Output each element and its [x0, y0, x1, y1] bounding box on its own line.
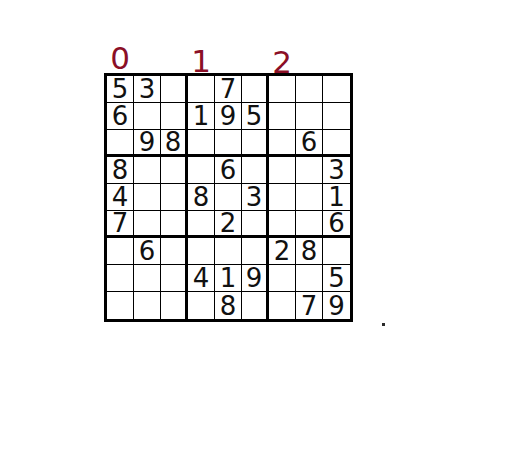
cell-r1c8[interactable] [296, 76, 323, 103]
cell-r9c4[interactable] [188, 292, 215, 319]
cell-r4c2[interactable] [134, 157, 161, 184]
cell-r4c5[interactable]: 6 [215, 157, 242, 184]
cell-r9c3[interactable] [161, 292, 188, 319]
cell-r4c4[interactable] [188, 157, 215, 184]
cell-r7c7[interactable]: 2 [269, 238, 296, 265]
cell-r8c2[interactable] [134, 265, 161, 292]
cell-r9c5[interactable]: 8 [215, 292, 242, 319]
cell-r2c2[interactable] [134, 103, 161, 130]
cell-r5c9[interactable]: 1 [323, 184, 350, 211]
cell-r4c6[interactable] [242, 157, 269, 184]
cell-r5c1[interactable]: 4 [107, 184, 134, 211]
cell-r2c9[interactable] [323, 103, 350, 130]
cell-r2c5[interactable]: 9 [215, 103, 242, 130]
cell-r7c8[interactable]: 8 [296, 238, 323, 265]
cell-r1c9[interactable] [323, 76, 350, 103]
cell-r8c8[interactable] [296, 265, 323, 292]
cell-r5c8[interactable] [296, 184, 323, 211]
cell-r8c6[interactable]: 9 [242, 265, 269, 292]
cell-r9c9[interactable]: 9 [323, 292, 350, 319]
cell-r3c4[interactable] [188, 130, 215, 157]
cell-r9c2[interactable] [134, 292, 161, 319]
cell-r8c4[interactable]: 4 [188, 265, 215, 292]
cell-r1c3[interactable] [161, 76, 188, 103]
cell-r7c3[interactable] [161, 238, 188, 265]
cell-r7c4[interactable] [188, 238, 215, 265]
cell-r4c9[interactable]: 3 [323, 157, 350, 184]
sudoku-page: 0 1 2 537619598686348317266284195879 [0, 0, 517, 467]
cell-r6c2[interactable] [134, 211, 161, 238]
cell-r1c1[interactable]: 5 [107, 76, 134, 103]
cell-r7c1[interactable] [107, 238, 134, 265]
sudoku-board: 537619598686348317266284195879 [104, 73, 353, 322]
cell-r9c6[interactable] [242, 292, 269, 319]
cell-r5c4[interactable]: 8 [188, 184, 215, 211]
cell-r5c5[interactable] [215, 184, 242, 211]
cell-r3c7[interactable] [269, 130, 296, 157]
cell-r5c2[interactable] [134, 184, 161, 211]
cell-r2c7[interactable] [269, 103, 296, 130]
cell-r4c1[interactable]: 8 [107, 157, 134, 184]
cell-r5c7[interactable] [269, 184, 296, 211]
cell-r3c1[interactable] [107, 130, 134, 157]
cell-r8c1[interactable] [107, 265, 134, 292]
cell-r5c6[interactable]: 3 [242, 184, 269, 211]
cell-r8c3[interactable] [161, 265, 188, 292]
cell-r2c1[interactable]: 6 [107, 103, 134, 130]
cell-r9c7[interactable] [269, 292, 296, 319]
cell-r5c3[interactable] [161, 184, 188, 211]
cell-r6c7[interactable] [269, 211, 296, 238]
cell-r1c2[interactable]: 3 [134, 76, 161, 103]
cell-r9c1[interactable] [107, 292, 134, 319]
cell-r6c3[interactable] [161, 211, 188, 238]
cell-r2c6[interactable]: 5 [242, 103, 269, 130]
cell-r6c5[interactable]: 2 [215, 211, 242, 238]
cell-r6c1[interactable]: 7 [107, 211, 134, 238]
cell-r6c4[interactable] [188, 211, 215, 238]
cell-r7c5[interactable] [215, 238, 242, 265]
cell-r1c6[interactable] [242, 76, 269, 103]
cell-r1c4[interactable] [188, 76, 215, 103]
cell-r2c8[interactable] [296, 103, 323, 130]
cell-r4c7[interactable] [269, 157, 296, 184]
cell-r3c9[interactable] [323, 130, 350, 157]
cell-r1c5[interactable]: 7 [215, 76, 242, 103]
cell-r9c8[interactable]: 7 [296, 292, 323, 319]
cell-r3c2[interactable]: 9 [134, 130, 161, 157]
cell-r2c4[interactable]: 1 [188, 103, 215, 130]
cell-r6c6[interactable] [242, 211, 269, 238]
cell-r3c6[interactable] [242, 130, 269, 157]
cell-r7c6[interactable] [242, 238, 269, 265]
cell-r8c5[interactable]: 1 [215, 265, 242, 292]
cell-r8c7[interactable] [269, 265, 296, 292]
block-column-label-0: 0 [106, 43, 134, 74]
cell-r3c3[interactable]: 8 [161, 130, 188, 157]
cell-r1c7[interactable] [269, 76, 296, 103]
cell-r2c3[interactable] [161, 103, 188, 130]
cell-r7c2[interactable]: 6 [134, 238, 161, 265]
cell-r6c9[interactable]: 6 [323, 211, 350, 238]
cell-r4c8[interactable] [296, 157, 323, 184]
cell-r4c3[interactable] [161, 157, 188, 184]
cell-r3c8[interactable]: 6 [296, 130, 323, 157]
stray-dot [382, 323, 385, 326]
cell-r7c9[interactable] [323, 238, 350, 265]
cell-r3c5[interactable] [215, 130, 242, 157]
cell-r6c8[interactable] [296, 211, 323, 238]
cell-r8c9[interactable]: 5 [323, 265, 350, 292]
